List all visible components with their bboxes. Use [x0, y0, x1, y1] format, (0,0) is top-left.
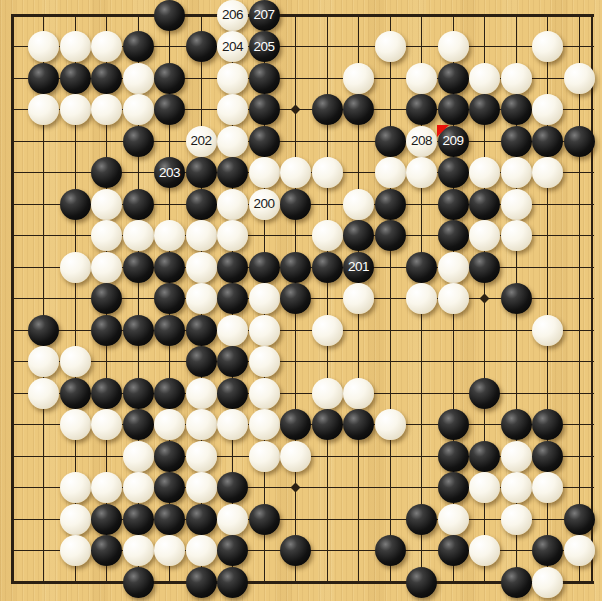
white-stone: [501, 63, 532, 94]
white-stone: [532, 472, 563, 503]
black-stone: 203: [154, 157, 185, 188]
black-stone: [123, 252, 154, 283]
grid-line-horizontal: [11, 14, 594, 17]
white-stone: [217, 126, 248, 157]
black-stone: [186, 567, 217, 598]
white-stone: [91, 252, 122, 283]
white-stone: [91, 189, 122, 220]
black-stone: [60, 189, 91, 220]
white-stone: [217, 94, 248, 125]
black-stone: [438, 441, 469, 472]
move-number-label: 205: [253, 40, 274, 54]
black-stone: [375, 189, 406, 220]
white-stone: [154, 409, 185, 440]
white-stone: [186, 378, 217, 409]
black-stone: [564, 504, 595, 535]
black-stone: [217, 283, 248, 314]
black-stone: [123, 126, 154, 157]
white-stone: [532, 157, 563, 188]
white-stone: [28, 31, 59, 62]
white-stone: [123, 441, 154, 472]
black-stone: [469, 189, 500, 220]
black-stone: [532, 441, 563, 472]
black-stone: [154, 315, 185, 346]
black-stone: [186, 504, 217, 535]
black-stone: [123, 504, 154, 535]
white-stone: [154, 220, 185, 251]
white-stone: [312, 220, 343, 251]
white-stone: [343, 63, 374, 94]
white-stone: [123, 220, 154, 251]
white-stone: 206: [217, 0, 248, 31]
black-stone: [28, 63, 59, 94]
black-stone: [217, 252, 248, 283]
black-stone: [501, 126, 532, 157]
white-stone: [28, 94, 59, 125]
black-stone: [469, 94, 500, 125]
black-stone: [154, 94, 185, 125]
board-right-edge: [591, 14, 593, 584]
black-stone: [123, 409, 154, 440]
grid-line-vertical: [390, 14, 391, 584]
black-stone: [154, 0, 185, 31]
white-stone: [343, 283, 374, 314]
black-stone: [280, 189, 311, 220]
white-stone: [249, 346, 280, 377]
white-stone: [532, 567, 563, 598]
white-stone: [186, 252, 217, 283]
black-stone: [501, 567, 532, 598]
move-number-label: 206: [222, 8, 243, 22]
black-stone: [469, 378, 500, 409]
white-stone: [60, 94, 91, 125]
white-stone: [280, 157, 311, 188]
white-stone: [469, 157, 500, 188]
black-stone: [375, 126, 406, 157]
black-stone: [186, 346, 217, 377]
black-stone: [91, 63, 122, 94]
white-stone: [469, 472, 500, 503]
white-stone: [60, 31, 91, 62]
black-stone: [123, 378, 154, 409]
black-stone: [60, 63, 91, 94]
white-stone: [532, 94, 563, 125]
black-stone: [501, 283, 532, 314]
black-stone: [123, 189, 154, 220]
move-number-label: 202: [190, 134, 211, 148]
black-stone: [154, 252, 185, 283]
black-stone: [154, 472, 185, 503]
white-stone: [60, 346, 91, 377]
black-stone: [154, 441, 185, 472]
star-point: [480, 294, 490, 304]
black-stone: [438, 94, 469, 125]
black-stone: [123, 567, 154, 598]
white-stone: [186, 535, 217, 566]
white-stone: [123, 472, 154, 503]
move-number-label: 207: [253, 8, 274, 22]
move-number-label: 208: [411, 134, 432, 148]
white-stone: [532, 31, 563, 62]
white-stone: [438, 504, 469, 535]
white-stone: [469, 535, 500, 566]
white-stone: [28, 346, 59, 377]
white-stone: [28, 378, 59, 409]
go-board[interactable]: 206207204205202208209203200201: [0, 0, 602, 601]
white-stone: [249, 441, 280, 472]
black-stone: [501, 94, 532, 125]
white-stone: [91, 472, 122, 503]
black-stone: [217, 346, 248, 377]
black-stone: [280, 409, 311, 440]
black-stone: [217, 567, 248, 598]
black-stone: [123, 315, 154, 346]
black-stone: [91, 315, 122, 346]
black-stone: [375, 535, 406, 566]
white-stone: [564, 63, 595, 94]
black-stone: [343, 94, 374, 125]
white-stone: [406, 63, 437, 94]
black-stone: [186, 315, 217, 346]
black-stone: [532, 126, 563, 157]
black-stone: 201: [343, 252, 374, 283]
white-stone: [186, 283, 217, 314]
white-stone: [438, 283, 469, 314]
white-stone: [91, 220, 122, 251]
white-stone: [249, 409, 280, 440]
black-stone: [438, 409, 469, 440]
black-stone: [438, 472, 469, 503]
white-stone: [123, 94, 154, 125]
black-stone: [438, 63, 469, 94]
black-stone: [532, 535, 563, 566]
white-stone: [501, 472, 532, 503]
white-stone: [91, 31, 122, 62]
white-stone: [501, 157, 532, 188]
black-stone: 207: [249, 0, 280, 31]
white-stone: [343, 378, 374, 409]
white-stone: [375, 409, 406, 440]
move-number-label: 201: [348, 260, 369, 274]
black-stone: [60, 378, 91, 409]
white-stone: [532, 315, 563, 346]
black-stone: [532, 409, 563, 440]
white-stone: [501, 189, 532, 220]
white-stone: [217, 504, 248, 535]
grid-line-horizontal: [11, 361, 594, 362]
black-stone: [406, 504, 437, 535]
white-stone: [501, 504, 532, 535]
black-stone: [375, 220, 406, 251]
white-stone: [564, 535, 595, 566]
black-stone: [438, 220, 469, 251]
white-stone: [249, 283, 280, 314]
move-number-label: 203: [159, 166, 180, 180]
white-stone: [406, 283, 437, 314]
grid-line-vertical: [579, 14, 580, 584]
white-stone: 200: [249, 189, 280, 220]
white-stone: [312, 157, 343, 188]
last-move-marker-icon: [437, 125, 449, 137]
black-stone: [343, 409, 374, 440]
white-stone: [154, 535, 185, 566]
white-stone: [60, 252, 91, 283]
black-stone: [501, 409, 532, 440]
black-stone: [406, 567, 437, 598]
black-stone: [154, 63, 185, 94]
black-stone: 209: [438, 126, 469, 157]
white-stone: [249, 315, 280, 346]
black-stone: [28, 315, 59, 346]
black-stone: [312, 409, 343, 440]
move-number-label: 204: [222, 40, 243, 54]
white-stone: [60, 535, 91, 566]
black-stone: [91, 157, 122, 188]
white-stone: [91, 409, 122, 440]
black-stone: [249, 504, 280, 535]
black-stone: [91, 378, 122, 409]
white-stone: [123, 63, 154, 94]
white-stone: 204: [217, 31, 248, 62]
black-stone: [154, 283, 185, 314]
white-stone: [469, 63, 500, 94]
star-point: [291, 105, 301, 115]
black-stone: [91, 283, 122, 314]
white-stone: [60, 472, 91, 503]
white-stone: [312, 378, 343, 409]
black-stone: [249, 94, 280, 125]
black-stone: [249, 252, 280, 283]
white-stone: [186, 472, 217, 503]
white-stone: [438, 252, 469, 283]
black-stone: [438, 189, 469, 220]
white-stone: [186, 441, 217, 472]
black-stone: [438, 157, 469, 188]
black-stone: [217, 535, 248, 566]
white-stone: [406, 157, 437, 188]
white-stone: [186, 220, 217, 251]
white-stone: [91, 94, 122, 125]
white-stone: 208: [406, 126, 437, 157]
black-stone: [280, 283, 311, 314]
black-stone: [154, 378, 185, 409]
white-stone: [217, 409, 248, 440]
black-stone: [217, 157, 248, 188]
white-stone: [280, 441, 311, 472]
black-stone: [564, 126, 595, 157]
black-stone: [438, 535, 469, 566]
white-stone: [501, 220, 532, 251]
black-stone: [469, 252, 500, 283]
black-stone: 205: [249, 31, 280, 62]
black-stone: [312, 252, 343, 283]
white-stone: [186, 409, 217, 440]
black-stone: [249, 126, 280, 157]
black-stone: [406, 94, 437, 125]
black-stone: [280, 252, 311, 283]
star-point: [291, 483, 301, 493]
white-stone: [60, 504, 91, 535]
black-stone: [249, 63, 280, 94]
move-number-label: 200: [253, 197, 274, 211]
white-stone: [249, 157, 280, 188]
white-stone: 202: [186, 126, 217, 157]
white-stone: [217, 220, 248, 251]
black-stone: [469, 441, 500, 472]
black-stone: [123, 31, 154, 62]
white-stone: [469, 220, 500, 251]
white-stone: [312, 315, 343, 346]
black-stone: [217, 378, 248, 409]
black-stone: [186, 189, 217, 220]
white-stone: [217, 63, 248, 94]
white-stone: [217, 315, 248, 346]
black-stone: [217, 472, 248, 503]
white-stone: [249, 378, 280, 409]
white-stone: [438, 31, 469, 62]
white-stone: [60, 409, 91, 440]
black-stone: [406, 252, 437, 283]
white-stone: [375, 157, 406, 188]
black-stone: [91, 535, 122, 566]
black-stone: [312, 94, 343, 125]
black-stone: [343, 220, 374, 251]
white-stone: [501, 441, 532, 472]
black-stone: [280, 535, 311, 566]
black-stone: [186, 157, 217, 188]
white-stone: [123, 535, 154, 566]
black-stone: [186, 31, 217, 62]
black-stone: [154, 504, 185, 535]
black-stone: [91, 504, 122, 535]
white-stone: [343, 189, 374, 220]
white-stone: [375, 31, 406, 62]
white-stone: [217, 189, 248, 220]
